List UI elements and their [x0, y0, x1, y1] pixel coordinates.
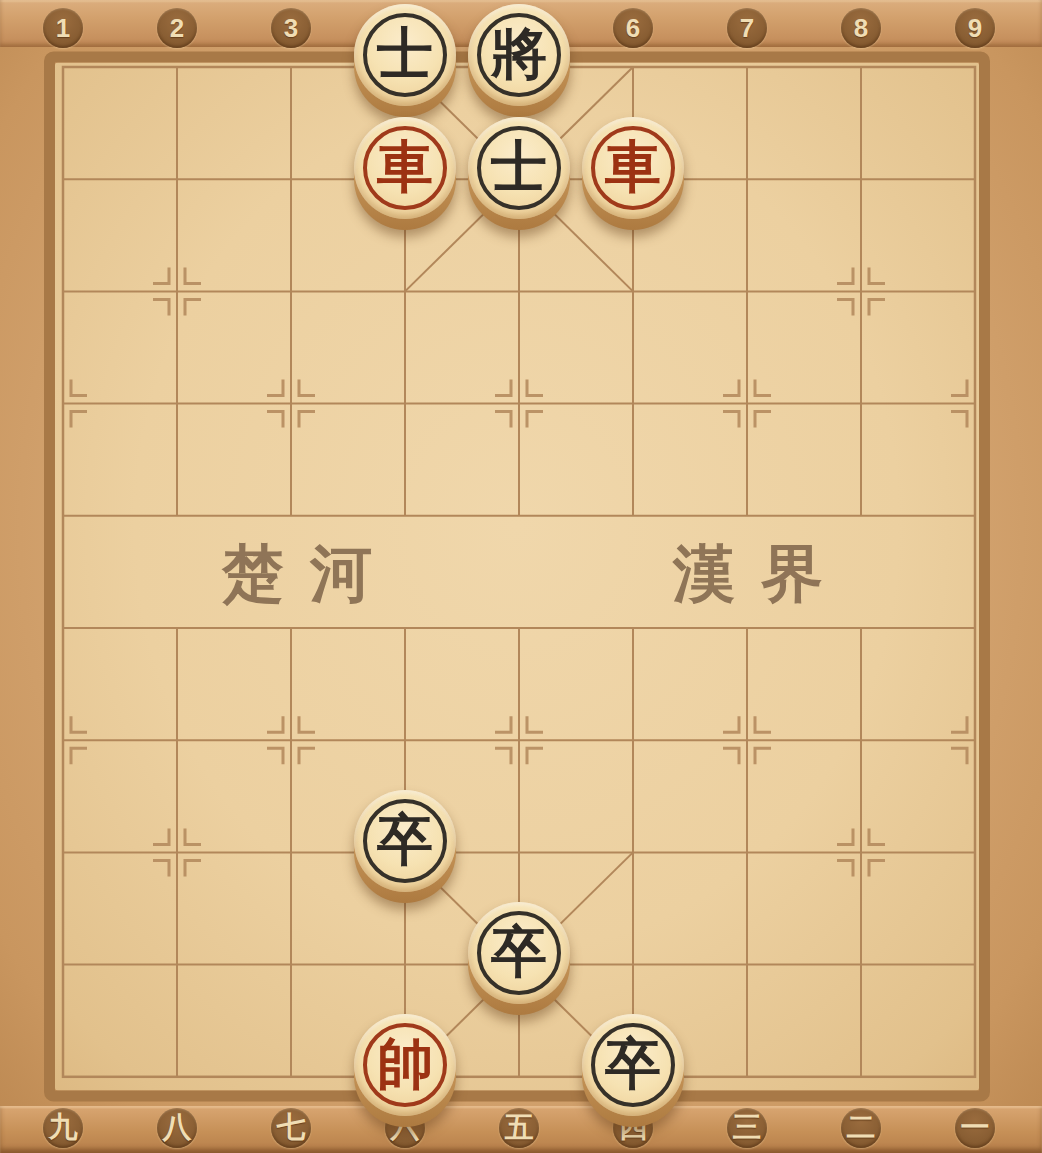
intersection-f5r0[interactable]	[576, 11, 690, 123]
intersection-f7r3[interactable]	[804, 347, 918, 459]
intersection-f1r6[interactable]	[120, 684, 234, 796]
intersection-f7r4[interactable]	[804, 460, 918, 572]
intersection-f4r4[interactable]	[462, 460, 576, 572]
intersection-f7r2[interactable]	[804, 235, 918, 347]
intersection-f8r6[interactable]	[918, 684, 1032, 796]
intersection-f0r2[interactable]	[6, 235, 120, 347]
intersection-f5r1[interactable]: 車	[576, 123, 690, 235]
intersection-f6r1[interactable]	[690, 123, 804, 235]
intersection-f8r7[interactable]	[918, 796, 1032, 908]
intersection-f0r1[interactable]	[6, 123, 120, 235]
intersection-f1r4[interactable]	[120, 460, 234, 572]
intersection-f6r4[interactable]	[690, 460, 804, 572]
piece-character: 車	[354, 117, 456, 217]
intersection-f4r9[interactable]	[462, 1021, 576, 1133]
intersection-f8r3[interactable]	[918, 347, 1032, 459]
intersection-f1r9[interactable]	[120, 1021, 234, 1133]
intersection-f1r0[interactable]	[120, 11, 234, 123]
piece-character: 帥	[354, 1014, 456, 1114]
intersection-f3r1[interactable]: 車	[348, 123, 462, 235]
intersection-f4r8[interactable]: 卒	[462, 908, 576, 1020]
intersection-f5r4[interactable]	[576, 460, 690, 572]
piece-character: 卒	[354, 790, 456, 890]
board-grid: 士將車士車卒卒帥卒	[6, 11, 1032, 1133]
intersection-f0r7[interactable]	[6, 796, 120, 908]
intersection-f2r8[interactable]	[234, 908, 348, 1020]
intersection-f2r0[interactable]	[234, 11, 348, 123]
intersection-f5r8[interactable]	[576, 908, 690, 1020]
intersection-f3r7[interactable]: 卒	[348, 796, 462, 908]
intersection-f7r1[interactable]	[804, 123, 918, 235]
intersection-f2r2[interactable]	[234, 235, 348, 347]
piece-black-soldier[interactable]: 卒	[354, 790, 456, 903]
intersection-f3r4[interactable]	[348, 460, 462, 572]
intersection-f0r5[interactable]	[6, 572, 120, 684]
piece-black-general[interactable]: 將	[468, 4, 570, 117]
piece-character: 士	[468, 117, 570, 217]
piece-black-advisor[interactable]: 士	[468, 117, 570, 230]
intersection-f8r5[interactable]	[918, 572, 1032, 684]
intersection-f6r8[interactable]	[690, 908, 804, 1020]
intersection-f4r1[interactable]: 士	[462, 123, 576, 235]
intersection-f8r4[interactable]	[918, 460, 1032, 572]
intersection-f6r7[interactable]	[690, 796, 804, 908]
intersection-f5r2[interactable]	[576, 235, 690, 347]
intersection-f8r9[interactable]	[918, 1021, 1032, 1133]
intersection-f8r1[interactable]	[918, 123, 1032, 235]
intersection-f1r1[interactable]	[120, 123, 234, 235]
piece-black-soldier[interactable]: 卒	[468, 902, 570, 1015]
intersection-f1r3[interactable]	[120, 347, 234, 459]
intersection-f2r6[interactable]	[234, 684, 348, 796]
intersection-f6r9[interactable]	[690, 1021, 804, 1133]
intersection-f4r0[interactable]: 將	[462, 11, 576, 123]
intersection-f0r8[interactable]	[6, 908, 120, 1020]
intersection-f1r5[interactable]	[120, 572, 234, 684]
intersection-f7r5[interactable]	[804, 572, 918, 684]
intersection-f6r3[interactable]	[690, 347, 804, 459]
xiangqi-board-screen: 楚河 漢界 士將車士車卒卒帥卒 123456789九八七六五四三二一	[0, 0, 1042, 1153]
intersection-f8r8[interactable]	[918, 908, 1032, 1020]
intersection-f5r9[interactable]: 卒	[576, 1021, 690, 1133]
intersection-f0r3[interactable]	[6, 347, 120, 459]
intersection-f3r2[interactable]	[348, 235, 462, 347]
intersection-f5r3[interactable]	[576, 347, 690, 459]
intersection-f0r4[interactable]	[6, 460, 120, 572]
intersection-f3r3[interactable]	[348, 347, 462, 459]
intersection-f6r6[interactable]	[690, 684, 804, 796]
intersection-f1r8[interactable]	[120, 908, 234, 1020]
piece-red-chariot[interactable]: 車	[582, 117, 684, 230]
piece-red-general[interactable]: 帥	[354, 1014, 456, 1127]
intersection-f2r7[interactable]	[234, 796, 348, 908]
intersection-f0r0[interactable]	[6, 11, 120, 123]
intersection-f2r9[interactable]	[234, 1021, 348, 1133]
piece-character: 士	[354, 4, 456, 104]
intersection-f7r9[interactable]	[804, 1021, 918, 1133]
piece-red-chariot[interactable]: 車	[354, 117, 456, 230]
intersection-f7r6[interactable]	[804, 684, 918, 796]
piece-character: 卒	[468, 902, 570, 1002]
intersection-f2r3[interactable]	[234, 347, 348, 459]
piece-character: 車	[582, 117, 684, 217]
intersection-f6r2[interactable]	[690, 235, 804, 347]
intersection-f3r9[interactable]: 帥	[348, 1021, 462, 1133]
intersection-f6r0[interactable]	[690, 11, 804, 123]
intersection-f5r7[interactable]	[576, 796, 690, 908]
intersection-f2r1[interactable]	[234, 123, 348, 235]
intersection-f2r4[interactable]	[234, 460, 348, 572]
piece-character: 將	[468, 4, 570, 104]
intersection-f3r6[interactable]	[348, 684, 462, 796]
intersection-f1r7[interactable]	[120, 796, 234, 908]
intersection-f7r7[interactable]	[804, 796, 918, 908]
intersection-f2r5[interactable]	[234, 572, 348, 684]
intersection-f4r3[interactable]	[462, 347, 576, 459]
intersection-f8r2[interactable]	[918, 235, 1032, 347]
intersection-f0r9[interactable]	[6, 1021, 120, 1133]
intersection-f1r2[interactable]	[120, 235, 234, 347]
intersection-f4r5[interactable]	[462, 572, 576, 684]
intersection-f7r0[interactable]	[804, 11, 918, 123]
intersection-f6r5[interactable]	[690, 572, 804, 684]
intersection-f7r8[interactable]	[804, 908, 918, 1020]
piece-black-advisor[interactable]: 士	[354, 4, 456, 117]
intersection-f4r2[interactable]	[462, 235, 576, 347]
piece-character: 卒	[582, 1014, 684, 1114]
intersection-f3r8[interactable]	[348, 908, 462, 1020]
piece-black-soldier[interactable]: 卒	[582, 1014, 684, 1127]
intersection-f4r7[interactable]	[462, 796, 576, 908]
intersection-f3r5[interactable]	[348, 572, 462, 684]
intersection-f5r5[interactable]	[576, 572, 690, 684]
intersection-f3r0[interactable]: 士	[348, 11, 462, 123]
intersection-f0r6[interactable]	[6, 684, 120, 796]
intersection-f4r6[interactable]	[462, 684, 576, 796]
intersection-f8r0[interactable]	[918, 11, 1032, 123]
intersection-f5r6[interactable]	[576, 684, 690, 796]
